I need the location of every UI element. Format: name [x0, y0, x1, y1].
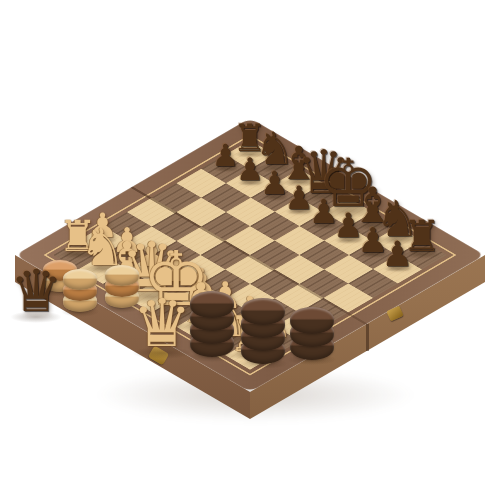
piece-black-pawn-h7[interactable]: ♟	[376, 237, 418, 272]
dark-checker-disc	[241, 298, 285, 325]
spare-dark-queen[interactable]: ♛	[1, 262, 71, 320]
product-photo-scene: ♜♞♝♛♚♝♞♜♟♟♟♟♟♟♟♟♟♟♟♟♟♟♟♟♜♞♝♛♚♝♞♜ ♛♛	[0, 0, 500, 500]
dark-checker-disc	[190, 291, 234, 318]
dark-checker-disc	[290, 307, 334, 334]
fold-seam-edge	[366, 324, 369, 351]
